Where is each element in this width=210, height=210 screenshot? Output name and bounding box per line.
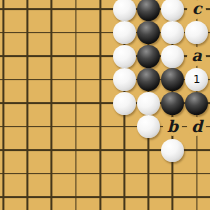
stone-white — [113, 45, 136, 68]
stone-white — [113, 0, 136, 21]
stone-white — [113, 21, 136, 44]
stone-black — [137, 21, 160, 44]
stone-white — [185, 21, 208, 44]
stone-white — [161, 21, 184, 44]
go-board[interactable]: cabd1 — [0, 0, 210, 210]
stone-black — [161, 92, 184, 115]
board-grid: cabd1 — [0, 0, 209, 209]
stone-white — [113, 68, 136, 91]
stone-black — [137, 0, 160, 21]
stone-white — [113, 92, 136, 115]
stone-white — [161, 0, 184, 21]
stone-white — [161, 139, 184, 162]
stone-white — [161, 45, 184, 68]
stone-black — [161, 68, 184, 91]
stone-white — [137, 92, 160, 115]
stone-black — [137, 68, 160, 91]
stone-black — [185, 92, 208, 115]
point-label-a: a — [187, 47, 206, 66]
point-label-b: b — [163, 117, 182, 136]
stone-white — [137, 115, 160, 138]
stone-black — [137, 45, 160, 68]
move-number-1: 1 — [185, 68, 208, 91]
point-label-c: c — [187, 0, 206, 19]
point-label-d: d — [187, 117, 206, 136]
